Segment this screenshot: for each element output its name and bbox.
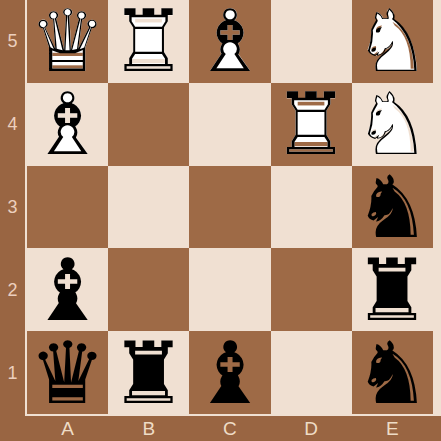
white-bishop-outline-glyph: ♗ <box>189 0 270 83</box>
black-bishop-piece[interactable]: ♝ <box>27 248 108 331</box>
square-b1[interactable]: ♜ <box>108 331 189 414</box>
square-e1[interactable]: ♞ <box>352 331 433 414</box>
square-b5[interactable]: ♜♖ <box>108 0 189 83</box>
file-label-c: C <box>189 419 270 438</box>
white-knight-outline-glyph: ♘ <box>352 0 433 83</box>
white-bishop-glyph: ♝ <box>27 83 108 166</box>
white-bishop-piece[interactable]: ♝♗ <box>189 0 270 83</box>
black-bishop-glyph: ♝ <box>189 331 270 414</box>
black-rook-piece[interactable]: ♜ <box>108 331 189 414</box>
black-knight-glyph: ♞ <box>352 331 433 414</box>
black-knight-piece[interactable]: ♞ <box>352 331 433 414</box>
white-knight-outline-glyph: ♘ <box>352 83 433 166</box>
black-knight-piece[interactable]: ♞ <box>352 166 433 249</box>
square-a2[interactable]: ♝ <box>27 248 108 331</box>
black-bishop-piece[interactable]: ♝ <box>189 331 270 414</box>
file-label-a: A <box>27 419 108 438</box>
square-a4[interactable]: ♝♗ <box>27 83 108 166</box>
chess-board: ♛♕♜♖♝♗♞♘♝♗♜♖♞♘♞♝♜♛♜♝♞ <box>27 0 433 414</box>
black-rook-piece[interactable]: ♜ <box>352 248 433 331</box>
square-c1[interactable]: ♝ <box>189 331 270 414</box>
square-c4[interactable] <box>189 83 270 166</box>
white-rook-piece[interactable]: ♜♖ <box>271 83 352 166</box>
square-c2[interactable] <box>189 248 270 331</box>
white-queen-outline-glyph: ♕ <box>27 0 108 83</box>
white-rook-glyph: ♜ <box>271 83 352 166</box>
white-bishop-outline-glyph: ♗ <box>27 83 108 166</box>
square-d5[interactable] <box>271 0 352 83</box>
black-knight-glyph: ♞ <box>352 166 433 249</box>
square-b3[interactable] <box>108 166 189 249</box>
square-a5[interactable]: ♛♕ <box>27 0 108 83</box>
square-b4[interactable] <box>108 83 189 166</box>
square-e5[interactable]: ♞♘ <box>352 0 433 83</box>
rank-label-1: 1 <box>0 331 25 414</box>
square-d3[interactable] <box>271 166 352 249</box>
square-e4[interactable]: ♞♘ <box>352 83 433 166</box>
square-d1[interactable] <box>271 331 352 414</box>
file-coordinate-bar: A B C D E <box>0 416 441 441</box>
rank-label-5: 5 <box>0 0 25 83</box>
black-rook-glyph: ♜ <box>352 248 433 331</box>
white-knight-glyph: ♞ <box>352 0 433 83</box>
file-label-b: B <box>108 419 189 438</box>
white-queen-glyph: ♛ <box>27 0 108 83</box>
square-b2[interactable] <box>108 248 189 331</box>
white-knight-glyph: ♞ <box>352 83 433 166</box>
square-a3[interactable] <box>27 166 108 249</box>
square-e2[interactable]: ♜ <box>352 248 433 331</box>
square-c5[interactable]: ♝♗ <box>189 0 270 83</box>
white-rook-glyph: ♜ <box>108 0 189 83</box>
black-queen-glyph: ♛ <box>27 331 108 414</box>
white-bishop-piece[interactable]: ♝♗ <box>27 83 108 166</box>
rank-coordinate-bar: 5 4 3 2 1 <box>0 0 25 441</box>
rank-label-4: 4 <box>0 83 25 166</box>
file-label-d: D <box>271 419 352 438</box>
white-knight-piece[interactable]: ♞♘ <box>352 83 433 166</box>
square-a1[interactable]: ♛ <box>27 331 108 414</box>
white-rook-piece[interactable]: ♜♖ <box>108 0 189 83</box>
rank-label-2: 2 <box>0 248 25 331</box>
white-queen-piece[interactable]: ♛♕ <box>27 0 108 83</box>
black-queen-piece[interactable]: ♛ <box>27 331 108 414</box>
square-d2[interactable] <box>271 248 352 331</box>
square-c3[interactable] <box>189 166 270 249</box>
black-rook-glyph: ♜ <box>108 331 189 414</box>
rank-label-3: 3 <box>0 166 25 249</box>
white-rook-outline-glyph: ♖ <box>108 0 189 83</box>
white-knight-piece[interactable]: ♞♘ <box>352 0 433 83</box>
chessboard-app: 5 4 3 2 1 A B C D E ♛♕♜♖♝♗♞♘♝♗♜♖♞♘♞♝♜♛♜♝… <box>0 0 441 441</box>
file-label-e: E <box>352 419 433 438</box>
white-rook-outline-glyph: ♖ <box>271 83 352 166</box>
white-bishop-glyph: ♝ <box>189 0 270 83</box>
square-e3[interactable]: ♞ <box>352 166 433 249</box>
black-bishop-glyph: ♝ <box>27 248 108 331</box>
square-d4[interactable]: ♜♖ <box>271 83 352 166</box>
